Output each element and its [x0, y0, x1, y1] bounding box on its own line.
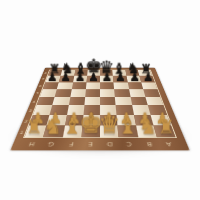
square-b1[interactable]: ♞: [135, 125, 156, 137]
board-3d-tilt: ♜♞♝♚♛♝♞♜♟♟♟♟♟♟♟♟♟♟♟♟♟♟♟♟♜♞♝♚♛♝♞♜ HGFEDCB…: [10, 68, 189, 151]
piece-white-knight-g1[interactable]: ♞: [39, 117, 68, 137]
file-label-e: E: [80, 141, 100, 148]
square-d6[interactable]: [100, 82, 114, 89]
piece-white-knight-b1[interactable]: ♞: [133, 117, 162, 137]
square-e6[interactable]: [86, 82, 100, 89]
square-g1[interactable]: ♞: [43, 125, 64, 137]
square-d4[interactable]: [100, 97, 116, 105]
file-label-f: F: [60, 141, 81, 148]
square-g5[interactable]: [55, 89, 71, 97]
file-labels: HGFEDCBA: [21, 141, 180, 148]
square-c6[interactable]: [114, 82, 129, 89]
file-label-c: C: [119, 141, 140, 148]
file-label-d: D: [100, 141, 120, 148]
square-h6[interactable]: [43, 82, 59, 89]
square-f6[interactable]: [71, 82, 86, 89]
square-a6[interactable]: [141, 82, 157, 89]
square-g6[interactable]: [57, 82, 73, 89]
square-a7[interactable]: ♟: [139, 76, 154, 82]
board-grid: ♜♞♝♚♛♝♞♜♟♟♟♟♟♟♟♟♟♟♟♟♟♟♟♟♜♞♝♚♛♝♞♜: [23, 70, 177, 138]
square-a4[interactable]: [145, 97, 163, 105]
file-label-b: B: [138, 141, 159, 148]
square-c4[interactable]: [115, 97, 132, 105]
square-c5[interactable]: [114, 89, 130, 97]
square-g4[interactable]: [52, 97, 69, 105]
square-f4[interactable]: [68, 97, 85, 105]
square-h5[interactable]: [40, 89, 57, 97]
square-a5[interactable]: [143, 89, 160, 97]
file-label-h: H: [21, 141, 43, 148]
file-label-g: G: [40, 141, 61, 148]
photo-canvas: ♜♞♝♚♛♝♞♜♟♟♟♟♟♟♟♟♟♟♟♟♟♟♟♟♜♞♝♚♛♝♞♜ HGFEDCB…: [0, 0, 200, 200]
file-label-a: A: [158, 141, 180, 148]
chess-board: ♜♞♝♚♛♝♞♜♟♟♟♟♟♟♟♟♟♟♟♟♟♟♟♟♜♞♝♚♛♝♞♜ HGFEDCB…: [10, 68, 189, 151]
square-d5[interactable]: [100, 89, 115, 97]
square-f5[interactable]: [70, 89, 86, 97]
square-e4[interactable]: [84, 97, 100, 105]
piece-black-pawn-a7[interactable]: ♟: [137, 71, 158, 83]
square-e5[interactable]: [85, 89, 100, 97]
board-scene: ♜♞♝♚♛♝♞♜♟♟♟♟♟♟♟♟♟♟♟♟♟♟♟♟♜♞♝♚♛♝♞♜ HGFEDCB…: [0, 0, 200, 200]
